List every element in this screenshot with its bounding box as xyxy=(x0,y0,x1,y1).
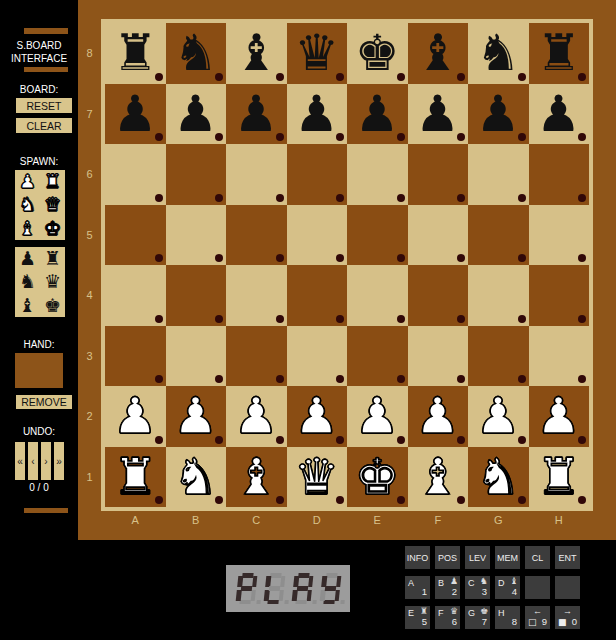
spawn-white-queen[interactable]: ♛ xyxy=(40,193,65,216)
segment-f xyxy=(293,576,299,587)
square-b7[interactable]: ♟ xyxy=(166,84,227,145)
segment-d xyxy=(323,600,334,605)
segment-d xyxy=(267,600,278,605)
square-b1[interactable]: ♞ xyxy=(166,447,227,508)
segment-f xyxy=(321,576,327,587)
square-sensor-dot xyxy=(336,496,344,504)
rank-label-7: 7 xyxy=(78,84,101,145)
rank-label-4: 4 xyxy=(78,265,101,326)
sidebar-title-line2: INTERFACE xyxy=(0,53,78,64)
square-a3[interactable] xyxy=(105,326,166,387)
square-g8[interactable]: ♞ xyxy=(468,23,529,84)
square-sensor-dot xyxy=(155,436,163,444)
spawn-black-knight[interactable]: ♞ xyxy=(15,270,40,293)
undo-section-label: UNDO: xyxy=(0,426,78,437)
file-label-b: B xyxy=(166,514,227,526)
square-sensor-dot xyxy=(215,375,223,383)
display-digit-l xyxy=(263,573,285,604)
square-g2[interactable]: ♟ xyxy=(468,386,529,447)
reset-button[interactable]: RESET xyxy=(16,98,72,113)
square-sensor-dot xyxy=(578,436,586,444)
clear-button[interactable]: CLEAR xyxy=(16,118,72,133)
square-a8[interactable]: ♜ xyxy=(105,23,166,84)
segment-e xyxy=(319,590,325,601)
file-labels: ABCDEFGH xyxy=(105,514,589,526)
square-sensor-dot xyxy=(518,375,526,383)
square-a6[interactable] xyxy=(105,144,166,205)
rank-label-1: 1 xyxy=(78,447,101,508)
segment-display xyxy=(226,565,350,612)
square-a7[interactable]: ♟ xyxy=(105,84,166,145)
square-c8[interactable]: ♝ xyxy=(226,23,287,84)
file-label-g: G xyxy=(468,514,529,526)
square-g7[interactable]: ♟ xyxy=(468,84,529,145)
key-e5[interactable]: E♜5 xyxy=(405,606,430,629)
key-number: 9 xyxy=(542,616,547,627)
pos-button[interactable]: POS xyxy=(435,546,460,569)
spawn-black-rook[interactable]: ♜ xyxy=(40,247,65,270)
key-number: 2 xyxy=(452,586,457,597)
square-f4[interactable] xyxy=(408,265,469,326)
key-blank-1[interactable] xyxy=(525,576,550,599)
key-blank-2[interactable] xyxy=(555,576,580,599)
square-f5[interactable] xyxy=(408,205,469,266)
square-sensor-dot xyxy=(276,436,284,444)
segment-d xyxy=(295,600,306,605)
key-number: 6 xyxy=(452,616,457,627)
square-sensor-dot xyxy=(336,315,344,323)
key-number: 0 xyxy=(572,616,577,627)
square-h5[interactable] xyxy=(529,205,590,266)
square-sensor-dot xyxy=(457,375,465,383)
segment-f xyxy=(237,576,243,587)
square-c2[interactable]: ♟ xyxy=(226,386,287,447)
key-c3[interactable]: C♞3 xyxy=(465,576,490,599)
mem-button[interactable]: MEM xyxy=(495,546,520,569)
board-section-label: BOARD: xyxy=(0,84,78,95)
square-b3[interactable] xyxy=(166,326,227,387)
square-e8[interactable]: ♚ xyxy=(347,23,408,84)
square-h8[interactable]: ♜ xyxy=(529,23,590,84)
knight-icon: ♞ xyxy=(480,577,488,586)
square-sensor-dot xyxy=(276,254,284,262)
square-sensor-dot xyxy=(397,496,405,504)
board-panel: ♜♞♝♛♚♝♞♜♟♟♟♟♟♟♟♟♟♟♟♟♟♟♟♟♜♞♝♛♚♝♞♜ 8765432… xyxy=(78,0,616,540)
keypad: INFOPOSLEVMEMCLENTA1B♟2C♞3D♝4E♜5F♛6G♚7H8… xyxy=(405,546,580,629)
file-label-a: A xyxy=(105,514,166,526)
square-sensor-dot xyxy=(518,496,526,504)
ghost-decimal-point xyxy=(312,600,316,604)
square-sensor-dot xyxy=(215,315,223,323)
square-sensor-dot xyxy=(276,133,284,141)
hand-section-label: HAND: xyxy=(0,339,78,350)
square-sensor-dot xyxy=(336,436,344,444)
square-sensor-dot xyxy=(155,73,163,81)
display-digit-a xyxy=(291,573,313,604)
square-sensor-dot xyxy=(457,73,465,81)
bishop-icon: ♝ xyxy=(510,577,518,586)
hand-slot[interactable] xyxy=(15,353,63,388)
segment-d xyxy=(239,600,250,605)
square-e2[interactable]: ♟ xyxy=(347,386,408,447)
segment-a xyxy=(298,573,309,578)
square-a2[interactable]: ♟ xyxy=(105,386,166,447)
segment-e xyxy=(291,590,297,601)
rank-label-6: 6 xyxy=(78,144,101,205)
segment-b xyxy=(251,576,257,587)
square-sensor-dot xyxy=(578,194,586,202)
segment-e xyxy=(263,590,269,601)
square-sensor-dot xyxy=(397,375,405,383)
square-sensor-dot xyxy=(578,133,586,141)
square-d1[interactable]: ♛ xyxy=(287,447,348,508)
square-d7[interactable]: ♟ xyxy=(287,84,348,145)
info-button[interactable]: INFO xyxy=(405,546,430,569)
segment-b xyxy=(307,576,313,587)
file-label-c: C xyxy=(226,514,287,526)
segment-g xyxy=(240,586,251,591)
segment-a xyxy=(326,573,337,578)
pawn-icon: ♟ xyxy=(450,577,458,586)
square-d3[interactable] xyxy=(287,326,348,387)
undo-first-button[interactable]: « xyxy=(15,442,25,480)
key-letter: D xyxy=(498,578,505,588)
key-number: 7 xyxy=(482,616,487,627)
key-number: 5 xyxy=(422,616,427,627)
square-sensor-dot xyxy=(215,496,223,504)
square-sensor-dot xyxy=(215,133,223,141)
board-frame: ♜♞♝♛♚♝♞♜♟♟♟♟♟♟♟♟♟♟♟♟♟♟♟♟♜♞♝♛♚♝♞♜ xyxy=(101,19,593,511)
square-e5[interactable] xyxy=(347,205,408,266)
square-sensor-dot xyxy=(215,194,223,202)
key-letter: B xyxy=(438,578,444,588)
spawn-white-rook[interactable]: ♜ xyxy=(40,170,65,193)
square-c6[interactable] xyxy=(226,144,287,205)
key-letter: G xyxy=(468,608,475,618)
spawn-panel-black: ♟♜♞♛♝♚ xyxy=(15,247,65,317)
square-sensor-dot xyxy=(457,436,465,444)
segment-b xyxy=(335,576,341,587)
square-h7[interactable]: ♟ xyxy=(529,84,590,145)
square-b5[interactable] xyxy=(166,205,227,266)
key-a1[interactable]: A1 xyxy=(405,576,430,599)
ghost-decimal-point xyxy=(284,600,288,604)
square-g1[interactable]: ♞ xyxy=(468,447,529,508)
square-sensor-dot xyxy=(518,194,526,202)
undo-back-button[interactable]: ‹ xyxy=(28,442,38,480)
square-sensor-dot xyxy=(457,133,465,141)
square-a1[interactable]: ♜ xyxy=(105,447,166,508)
square-sensor-dot xyxy=(215,254,223,262)
square-c1[interactable]: ♝ xyxy=(226,447,287,508)
square-e7[interactable]: ♟ xyxy=(347,84,408,145)
square-sensor-dot xyxy=(457,315,465,323)
square-sensor-dot xyxy=(155,496,163,504)
file-label-f: F xyxy=(408,514,469,526)
square-sensor-dot xyxy=(276,496,284,504)
square-g5[interactable] xyxy=(468,205,529,266)
square-sensor-dot xyxy=(336,254,344,262)
square-sensor-dot xyxy=(336,133,344,141)
spawn-black-king[interactable]: ♚ xyxy=(40,294,65,317)
square-sensor-dot xyxy=(276,73,284,81)
segment-a xyxy=(270,573,281,578)
square-sensor-dot xyxy=(457,194,465,202)
square-h6[interactable] xyxy=(529,144,590,205)
square-b6[interactable] xyxy=(166,144,227,205)
square-sensor-dot xyxy=(518,315,526,323)
square-f2[interactable]: ♟ xyxy=(408,386,469,447)
lev-button[interactable]: LEV xyxy=(465,546,490,569)
key-f6[interactable]: F♛6 xyxy=(435,606,460,629)
remove-button[interactable]: REMOVE xyxy=(16,395,72,409)
square-d4[interactable] xyxy=(287,265,348,326)
ent-button[interactable]: ENT xyxy=(555,546,580,569)
square-d6[interactable] xyxy=(287,144,348,205)
display-digit-p xyxy=(235,573,257,604)
square-sensor-dot xyxy=(276,375,284,383)
spawn-black-queen[interactable]: ♛ xyxy=(40,270,65,293)
square-sensor-dot xyxy=(155,133,163,141)
key-letter: C xyxy=(468,578,475,588)
square-g4[interactable] xyxy=(468,265,529,326)
square-e1[interactable]: ♚ xyxy=(347,447,408,508)
undo-forward-button[interactable]: › xyxy=(41,442,51,480)
file-label-h: H xyxy=(529,514,590,526)
accent-bar-bottom xyxy=(24,508,68,513)
square-sensor-dot xyxy=(578,496,586,504)
undo-controls: «‹›» xyxy=(15,442,64,480)
square-sensor-dot xyxy=(397,254,405,262)
rank-label-3: 3 xyxy=(78,326,101,387)
spawn-white-king[interactable]: ♚ xyxy=(40,217,65,240)
square-d5[interactable] xyxy=(287,205,348,266)
square-d8[interactable]: ♛ xyxy=(287,23,348,84)
square-f7[interactable]: ♟ xyxy=(408,84,469,145)
key-b2[interactable]: B♟2 xyxy=(435,576,460,599)
spawn-section-label: SPAWN: xyxy=(0,156,78,167)
square-e4[interactable] xyxy=(347,265,408,326)
spawn-black-pawn[interactable]: ♟ xyxy=(15,247,40,270)
square-sensor-dot xyxy=(578,254,586,262)
key-h8[interactable]: H8 xyxy=(495,606,520,629)
rook-icon: ♜ xyxy=(420,607,428,616)
square-sensor-dot xyxy=(155,375,163,383)
square-h4[interactable] xyxy=(529,265,590,326)
square-h3[interactable] xyxy=(529,326,590,387)
accent-bar-under-title xyxy=(24,67,68,72)
square-d2[interactable]: ♟ xyxy=(287,386,348,447)
square-e6[interactable] xyxy=(347,144,408,205)
square-sensor-dot xyxy=(336,194,344,202)
square-sensor-dot xyxy=(397,194,405,202)
square-g3[interactable] xyxy=(468,326,529,387)
key-letter: E xyxy=(408,608,414,618)
ghost-decimal-point xyxy=(256,600,260,604)
undo-last-button[interactable]: » xyxy=(54,442,64,480)
square-f8[interactable]: ♝ xyxy=(408,23,469,84)
key-letter: H xyxy=(498,608,505,618)
square-sensor-dot xyxy=(155,315,163,323)
rank-label-5: 5 xyxy=(78,205,101,266)
square-sensor-dot xyxy=(457,496,465,504)
key-forward-0[interactable]: →■0 xyxy=(555,606,580,629)
square-b8[interactable]: ♞ xyxy=(166,23,227,84)
square-sensor-dot xyxy=(397,133,405,141)
square-sensor-dot xyxy=(155,254,163,262)
segment-g xyxy=(268,586,279,591)
square-e3[interactable] xyxy=(347,326,408,387)
square-a5[interactable] xyxy=(105,205,166,266)
rank-labels: 87654321 xyxy=(78,23,101,507)
square-sensor-dot xyxy=(336,375,344,383)
square-sensor-dot xyxy=(336,73,344,81)
spawn-panel-white: ♟♜♞♛♝♚ xyxy=(15,170,65,240)
key-back-9[interactable]: ←□9 xyxy=(525,606,550,629)
display-digit-y xyxy=(319,573,341,604)
square-sensor-dot xyxy=(215,436,223,444)
square-c5[interactable] xyxy=(226,205,287,266)
square-sensor-dot xyxy=(397,315,405,323)
square-f1[interactable]: ♝ xyxy=(408,447,469,508)
sidebar-title-line1: S.BOARD xyxy=(0,40,78,51)
square-c4[interactable] xyxy=(226,265,287,326)
accent-bar-top xyxy=(24,28,68,34)
key-letter: A xyxy=(408,578,414,588)
open-square-icon: □ xyxy=(528,618,537,627)
key-number: 1 xyxy=(422,586,427,597)
square-sensor-dot xyxy=(397,436,405,444)
file-label-d: D xyxy=(287,514,348,526)
square-f6[interactable] xyxy=(408,144,469,205)
spawn-white-knight[interactable]: ♞ xyxy=(15,193,40,216)
square-b4[interactable] xyxy=(166,265,227,326)
segment-f xyxy=(265,576,271,587)
square-a4[interactable] xyxy=(105,265,166,326)
square-f3[interactable] xyxy=(408,326,469,387)
file-label-e: E xyxy=(347,514,408,526)
left-arrow-icon: ← xyxy=(525,606,550,616)
board-squares: ♜♞♝♛♚♝♞♜♟♟♟♟♟♟♟♟♟♟♟♟♟♟♟♟♜♞♝♛♚♝♞♜ xyxy=(105,23,589,507)
sidebar: S.BOARD INTERFACE BOARD: RESET CLEAR SPA… xyxy=(0,0,78,540)
square-sensor-dot xyxy=(578,315,586,323)
spawn-black-bishop[interactable]: ♝ xyxy=(15,294,40,317)
square-g6[interactable] xyxy=(468,144,529,205)
key-d4[interactable]: D♝4 xyxy=(495,576,520,599)
spawn-white-bishop[interactable]: ♝ xyxy=(15,217,40,240)
queen-icon: ♛ xyxy=(450,607,458,616)
key-number: 3 xyxy=(482,586,487,597)
square-sensor-dot xyxy=(457,254,465,262)
square-sensor-dot xyxy=(578,73,586,81)
undo-counter: 0 / 0 xyxy=(0,482,78,493)
key-letter: F xyxy=(438,608,444,618)
segment-g xyxy=(296,586,307,591)
square-b2[interactable]: ♟ xyxy=(166,386,227,447)
square-h1[interactable]: ♜ xyxy=(529,447,590,508)
key-g7[interactable]: G♚7 xyxy=(465,606,490,629)
rank-label-8: 8 xyxy=(78,23,101,84)
square-sensor-dot xyxy=(276,194,284,202)
square-sensor-dot xyxy=(518,436,526,444)
segment-b xyxy=(279,576,285,587)
square-sensor-dot xyxy=(518,133,526,141)
right-arrow-icon: → xyxy=(555,606,580,616)
segment-a xyxy=(242,573,253,578)
king-icon: ♚ xyxy=(480,607,488,616)
ghost-decimal-point xyxy=(340,600,344,604)
square-sensor-dot xyxy=(397,73,405,81)
square-h2[interactable]: ♟ xyxy=(529,386,590,447)
square-c7[interactable]: ♟ xyxy=(226,84,287,145)
square-sensor-dot xyxy=(518,73,526,81)
key-number: 4 xyxy=(512,586,517,597)
rank-label-2: 2 xyxy=(78,386,101,447)
square-sensor-dot xyxy=(518,254,526,262)
chess-computer-ui: { "game": "chess", "position": { "fen": … xyxy=(0,0,616,640)
square-sensor-dot xyxy=(578,375,586,383)
square-c3[interactable] xyxy=(226,326,287,387)
square-sensor-dot xyxy=(215,73,223,81)
cl-button[interactable]: CL xyxy=(525,546,550,569)
key-number: 8 xyxy=(512,616,517,627)
segment-g xyxy=(324,586,335,591)
spawn-white-pawn[interactable]: ♟ xyxy=(15,170,40,193)
segment-e xyxy=(235,590,241,601)
filled-square-icon: ■ xyxy=(558,618,567,627)
square-sensor-dot xyxy=(276,315,284,323)
square-sensor-dot xyxy=(155,194,163,202)
